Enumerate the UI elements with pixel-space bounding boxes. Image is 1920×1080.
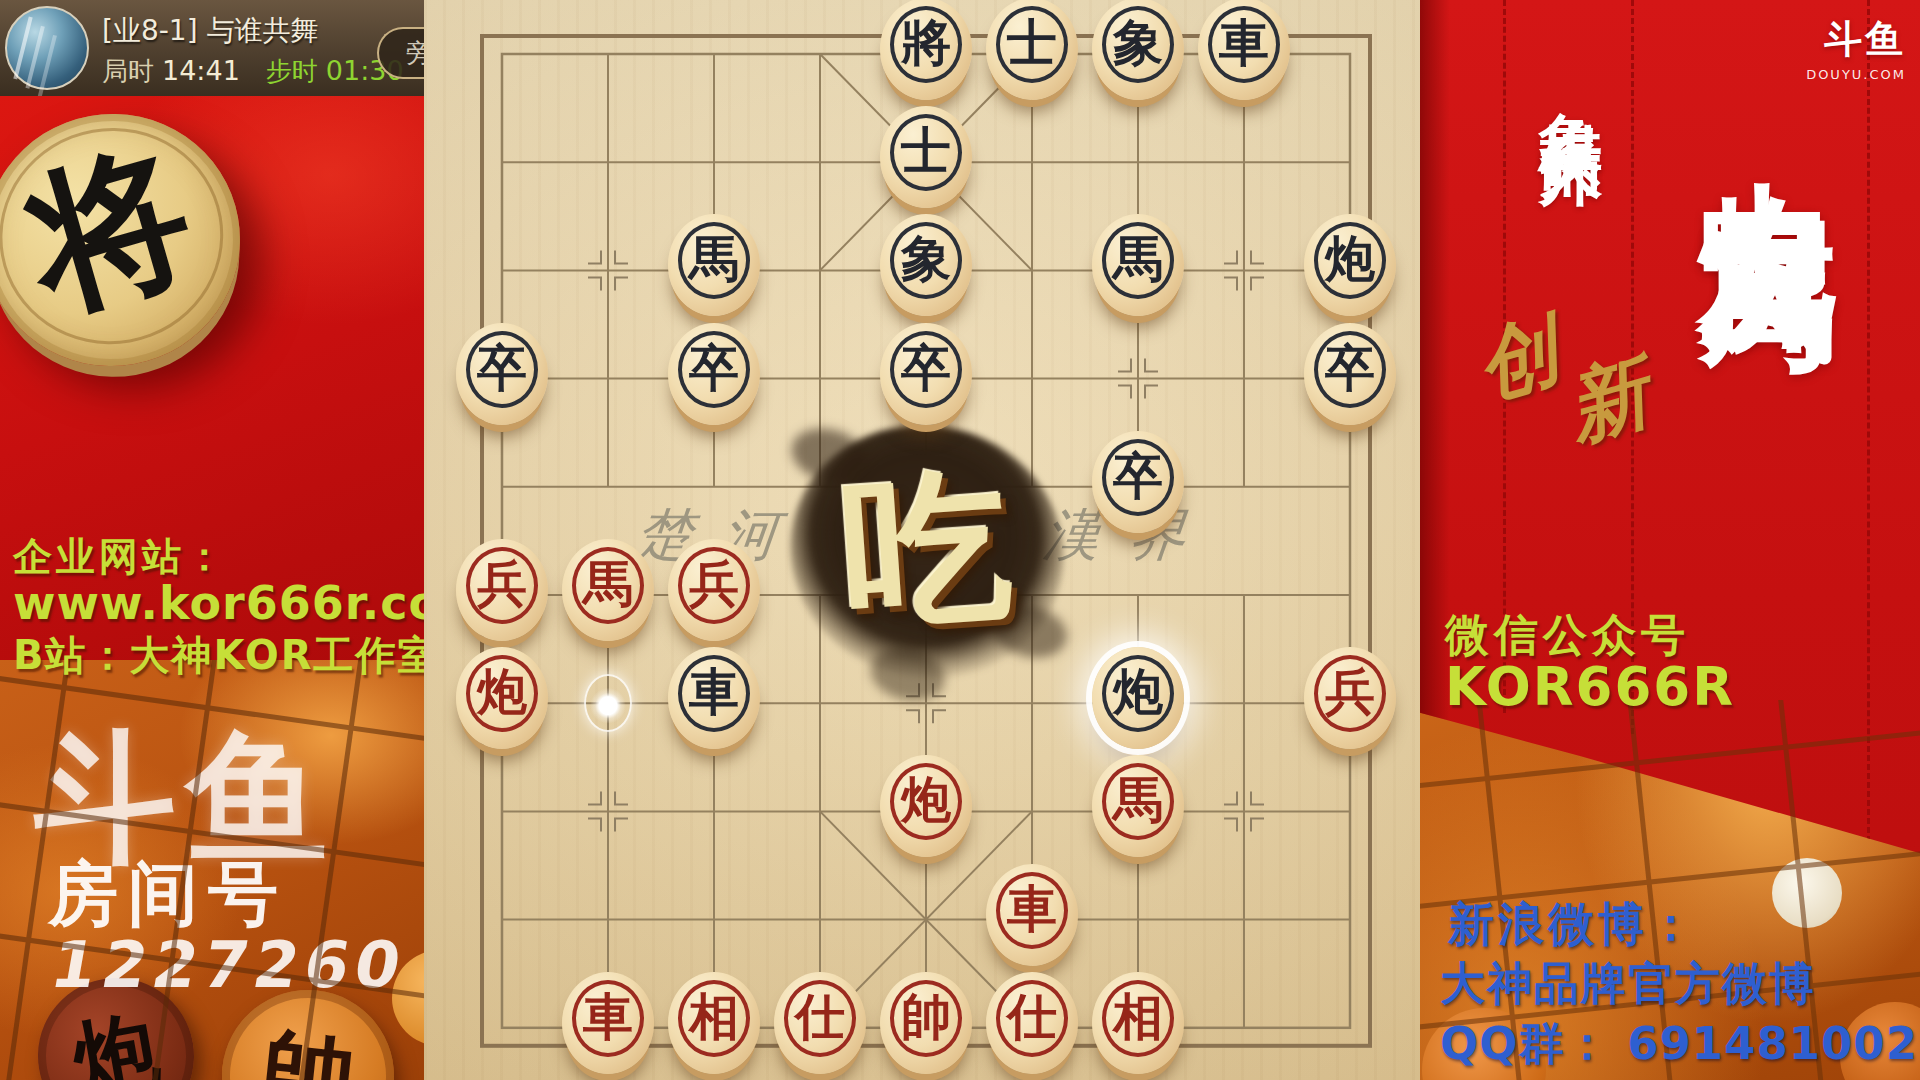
piece-red-馬[interactable]: 馬 (562, 539, 654, 641)
photo-general-piece: 将 (0, 96, 260, 386)
player-info-bar: [业8-1] 与谁共舞 局时 14:41 步时 01:30 旁 (0, 0, 424, 96)
weibo-label: 新浪微博： (1448, 894, 1698, 956)
piece-char: 仕 (986, 984, 1078, 1051)
piece-red-兵[interactable]: 兵 (1304, 647, 1396, 749)
capture-animation: 吃 (800, 428, 1054, 676)
piece-black-士[interactable]: 士 (986, 0, 1078, 100)
piece-black-車[interactable]: 車 (668, 647, 760, 749)
douyu-logo-text: 斗鱼 (1806, 14, 1906, 65)
banner-title-vertical: 中炮对屏风马 (1700, 70, 1838, 160)
douyu-domain: DOUYU.COM (1806, 67, 1906, 82)
piece-black-士[interactable]: 士 (880, 106, 972, 208)
piece-char: 卒 (880, 335, 972, 402)
clocks: 局时 14:41 步时 01:30 (102, 54, 404, 89)
piece-black-卒[interactable]: 卒 (1304, 323, 1396, 425)
piece-char: 車 (1198, 10, 1290, 77)
piece-char: 將 (880, 10, 972, 77)
piece-black-車[interactable]: 車 (1198, 0, 1290, 100)
player-name: [业8-1] 与谁共舞 (102, 12, 318, 50)
piece-char: 兵 (668, 551, 760, 618)
piece-char: 炮 (880, 768, 972, 835)
piece-red-兵[interactable]: 兵 (456, 539, 548, 641)
xiangqi-board[interactable]: 楚河 漢界 吃 將士象車士馬象馬炮卒卒卒卒卒兵馬兵炮車炮兵炮馬車車相仕帥仕相 (424, 0, 1420, 1080)
piece-char: 象 (880, 227, 972, 294)
right-banner: 斗鱼 DOUYU.COM 象棋大师 创 新 中炮对屏风马 微信公众号 KOR66… (1420, 0, 1920, 1080)
piece-black-馬[interactable]: 馬 (1092, 214, 1184, 316)
qq-group-line: QQ群： 691481002 (1440, 1014, 1918, 1074)
piece-black-炮[interactable]: 炮 (1092, 647, 1184, 749)
piece-char: 車 (668, 659, 760, 726)
piece-red-仕[interactable]: 仕 (986, 972, 1078, 1074)
piece-char: 相 (668, 984, 760, 1051)
piece-char: 卒 (456, 335, 548, 402)
piece-black-馬[interactable]: 馬 (668, 214, 760, 316)
piece-black-將[interactable]: 將 (880, 0, 972, 100)
photo-general-char: 将 (0, 96, 263, 369)
player-avatar[interactable] (5, 6, 89, 90)
piece-red-相[interactable]: 相 (1092, 972, 1184, 1074)
app-root: [业8-1] 与谁共舞 局时 14:41 步时 01:30 旁 将 企业网站： … (0, 0, 1920, 1080)
piece-char: 帥 (880, 984, 972, 1051)
piece-char: 車 (986, 876, 1078, 943)
piece-black-卒[interactable]: 卒 (1092, 431, 1184, 533)
piece-red-車[interactable]: 車 (986, 864, 1078, 966)
piece-char: 兵 (456, 551, 548, 618)
piece-char: 炮 (1092, 659, 1184, 726)
piece-char: 士 (986, 10, 1078, 77)
banner-subtitle-vertical: 象棋大师 (1528, 60, 1615, 108)
piece-char: 卒 (1304, 335, 1396, 402)
game-time-label: 局时 (102, 54, 154, 89)
spectate-button[interactable]: 旁 (377, 27, 424, 79)
room-photo-section: 炮 帥 斗鱼 房间号 1227260 (0, 660, 424, 1080)
wechat-id: KOR666R (1445, 656, 1735, 717)
piece-red-仕[interactable]: 仕 (774, 972, 866, 1074)
last-move-origin-marker (584, 674, 632, 732)
piece-char: 卒 (668, 335, 760, 402)
piece-black-卒[interactable]: 卒 (880, 323, 972, 425)
piece-red-兵[interactable]: 兵 (668, 539, 760, 641)
piece-char: 卒 (1092, 443, 1184, 510)
piece-char: 兵 (1304, 659, 1396, 726)
piece-char: 馬 (668, 227, 760, 294)
piece-red-車[interactable]: 車 (562, 972, 654, 1074)
piece-red-相[interactable]: 相 (668, 972, 760, 1074)
move-time-label: 步时 (266, 54, 318, 89)
ad-bilibili-line: B站：大神KOR工作室 (13, 628, 424, 683)
piece-char: 仕 (774, 984, 866, 1051)
piece-char: 相 (1092, 984, 1184, 1051)
weibo-account: 大神品牌官方微博 (1440, 954, 1816, 1014)
piece-char: 炮 (456, 659, 548, 726)
piece-char: 馬 (1092, 768, 1184, 835)
piece-char: 炮 (1304, 227, 1396, 294)
piece-char: 馬 (562, 551, 654, 618)
piece-char: 車 (562, 984, 654, 1051)
piece-char: 象 (1092, 10, 1184, 77)
ad-website-url[interactable]: www.kor666r.com (13, 576, 424, 630)
piece-black-卒[interactable]: 卒 (456, 323, 548, 425)
piece-red-炮[interactable]: 炮 (456, 647, 548, 749)
piece-black-象[interactable]: 象 (1092, 0, 1184, 100)
piece-red-帥[interactable]: 帥 (880, 972, 972, 1074)
photo-board-grid (0, 660, 424, 1080)
capture-char: 吃 (792, 419, 1063, 684)
piece-black-炮[interactable]: 炮 (1304, 214, 1396, 316)
game-time-value: 14:41 (162, 55, 240, 86)
douyu-logo: 斗鱼 DOUYU.COM (1806, 14, 1906, 82)
piece-char: 馬 (1092, 227, 1184, 294)
left-sidebar: [业8-1] 与谁共舞 局时 14:41 步时 01:30 旁 将 企业网站： … (0, 0, 424, 1080)
piece-black-象[interactable]: 象 (880, 214, 972, 316)
piece-black-卒[interactable]: 卒 (668, 323, 760, 425)
piece-char: 士 (880, 118, 972, 185)
piece-red-炮[interactable]: 炮 (880, 755, 972, 857)
piece-red-馬[interactable]: 馬 (1092, 755, 1184, 857)
